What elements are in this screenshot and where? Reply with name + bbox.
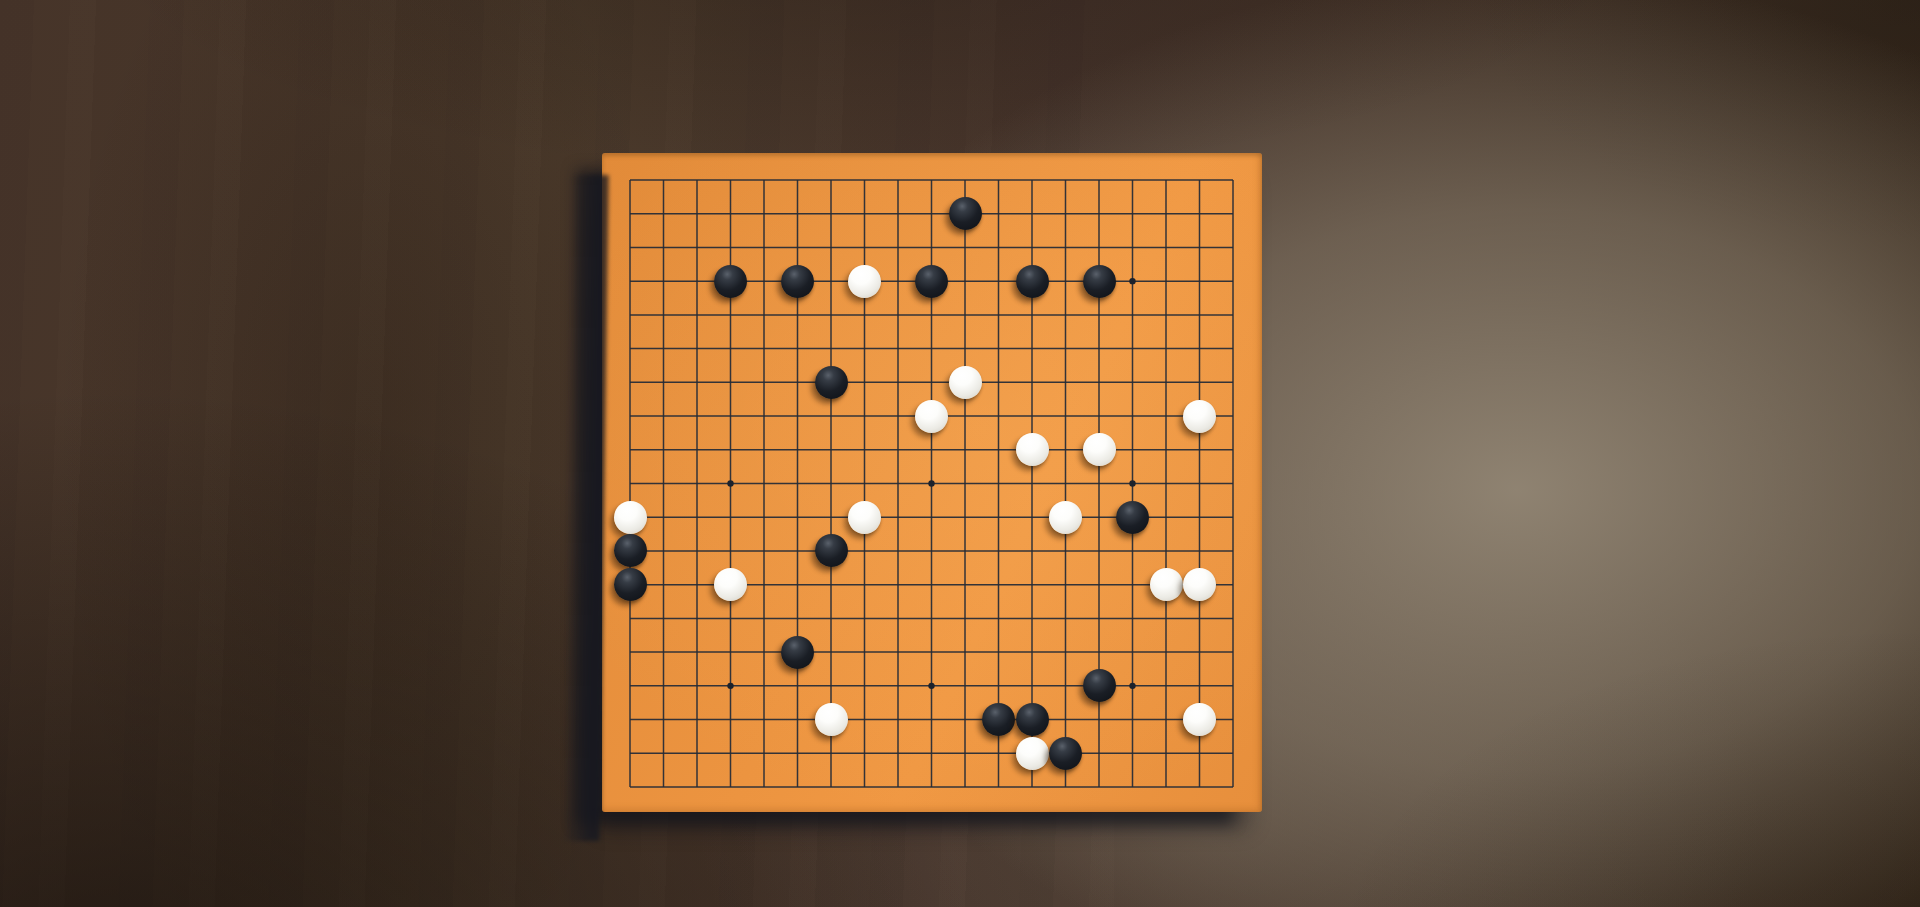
white-stone-S12[interactable] xyxy=(1183,400,1216,433)
star-point xyxy=(1129,480,1135,486)
white-stone-O9[interactable] xyxy=(1049,501,1082,534)
star-point xyxy=(928,683,934,689)
black-stone-G13[interactable] xyxy=(815,366,848,399)
star-point xyxy=(727,480,733,486)
white-stone-G3[interactable] xyxy=(815,703,848,736)
black-stone-K16[interactable] xyxy=(915,265,948,298)
black-stone-O2[interactable] xyxy=(1049,737,1082,770)
star-point xyxy=(1129,683,1135,689)
white-stone-D7[interactable] xyxy=(714,568,747,601)
black-stone-A7[interactable] xyxy=(614,568,647,601)
white-stone-H9[interactable] xyxy=(848,501,881,534)
star-point xyxy=(1129,278,1135,284)
white-stone-P11[interactable] xyxy=(1083,433,1116,466)
white-stone-L13[interactable] xyxy=(949,366,982,399)
black-stone-N16[interactable] xyxy=(1016,265,1049,298)
black-stone-G8[interactable] xyxy=(815,534,848,567)
white-stone-S3[interactable] xyxy=(1183,703,1216,736)
white-stone-N2[interactable] xyxy=(1016,737,1049,770)
black-stone-P4[interactable] xyxy=(1083,669,1116,702)
black-stone-Q9[interactable] xyxy=(1116,501,1149,534)
white-stone-N11[interactable] xyxy=(1016,433,1049,466)
black-stone-P16[interactable] xyxy=(1083,265,1116,298)
table-surface xyxy=(0,0,1920,907)
board-grid xyxy=(630,180,1233,787)
board-cast-shadow xyxy=(563,175,608,841)
white-stone-A9[interactable] xyxy=(614,501,647,534)
black-stone-N3[interactable] xyxy=(1016,703,1049,736)
white-stone-R7[interactable] xyxy=(1150,568,1183,601)
white-stone-H16[interactable] xyxy=(848,265,881,298)
black-stone-F5[interactable] xyxy=(781,636,814,669)
star-point xyxy=(727,683,733,689)
black-stone-M3[interactable] xyxy=(982,703,1015,736)
go-board[interactable] xyxy=(602,153,1262,812)
black-stone-L18[interactable] xyxy=(949,197,982,230)
black-stone-A8[interactable] xyxy=(614,534,647,567)
white-stone-K12[interactable] xyxy=(915,400,948,433)
white-stone-S7[interactable] xyxy=(1183,568,1216,601)
star-point xyxy=(928,480,934,486)
black-stone-F16[interactable] xyxy=(781,265,814,298)
black-stone-D16[interactable] xyxy=(714,265,747,298)
